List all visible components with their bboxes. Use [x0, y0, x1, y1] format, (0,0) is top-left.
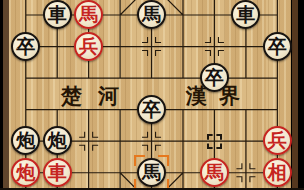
board-point[interactable]: [136, 31, 167, 63]
piece-glyph: 馬: [205, 163, 224, 182]
piece-glyph: 兵: [268, 131, 287, 150]
piece-red-horse[interactable]: 馬: [200, 158, 229, 187]
board-point[interactable]: [10, 94, 41, 126]
piece-black-soldier[interactable]: 卒: [137, 95, 166, 124]
piece-glyph: 相: [268, 163, 287, 182]
piece-red-chariot[interactable]: 車: [43, 158, 72, 187]
board-point[interactable]: [167, 62, 198, 94]
board-point[interactable]: [41, 31, 72, 63]
piece-black-soldier[interactable]: 卒: [11, 32, 40, 61]
board-point[interactable]: [104, 125, 135, 157]
piece-glyph: 卒: [268, 37, 287, 56]
piece-glyph: 炮: [16, 131, 35, 150]
board-point[interactable]: [199, 94, 230, 126]
piece-red-cannon[interactable]: 炮: [11, 158, 40, 187]
board-point[interactable]: [10, 0, 41, 31]
piece-red-soldier[interactable]: 兵: [74, 32, 103, 61]
board-point[interactable]: [104, 0, 135, 31]
piece-glyph: 車: [48, 5, 67, 24]
board-point[interactable]: [167, 94, 198, 126]
piece-glyph: 兵: [79, 37, 98, 56]
piece-glyph: 卒: [16, 37, 35, 56]
board-point[interactable]: [73, 125, 104, 157]
board-point[interactable]: [41, 94, 72, 126]
board-point[interactable]: [104, 94, 135, 126]
piece-glyph: 馬: [142, 5, 161, 24]
board-point[interactable]: [167, 125, 198, 157]
piece-black-cannon[interactable]: 炮: [43, 126, 72, 155]
board-point[interactable]: [230, 31, 261, 63]
board-point[interactable]: [199, 31, 230, 63]
board-point[interactable]: [104, 62, 135, 94]
piece-glyph: 馬: [79, 5, 98, 24]
piece-glyph: 炮: [16, 163, 35, 182]
piece-glyph: 炮: [48, 131, 67, 150]
piece-red-elephant[interactable]: 相: [263, 158, 292, 187]
board-point[interactable]: [104, 31, 135, 63]
board-point[interactable]: [10, 62, 41, 94]
board-point[interactable]: [73, 62, 104, 94]
board-point[interactable]: [167, 157, 198, 189]
piece-glyph: 馬: [142, 163, 161, 182]
board-point[interactable]: [262, 94, 293, 126]
board-grid: 車馬馬車卒兵卒卒卒炮炮兵炮車馬馬相: [10, 0, 293, 188]
piece-red-soldier[interactable]: 兵: [263, 126, 292, 155]
board-point[interactable]: [73, 94, 104, 126]
piece-black-soldier[interactable]: 卒: [263, 32, 292, 61]
board-point[interactable]: [73, 157, 104, 189]
board-point[interactable]: [262, 0, 293, 31]
board-point[interactable]: [167, 0, 198, 31]
piece-glyph: 車: [236, 5, 255, 24]
board-point[interactable]: [230, 125, 261, 157]
board-point[interactable]: [136, 62, 167, 94]
board-point[interactable]: [41, 62, 72, 94]
piece-black-chariot[interactable]: 車: [43, 0, 72, 29]
piece-glyph: 卒: [142, 100, 161, 119]
board-point[interactable]: [230, 62, 261, 94]
piece-black-soldier[interactable]: 卒: [200, 63, 229, 92]
piece-glyph: 卒: [205, 68, 224, 87]
board-point[interactable]: [230, 94, 261, 126]
board-point[interactable]: [230, 157, 261, 189]
board-point[interactable]: [136, 125, 167, 157]
last-move-origin-marker: [207, 134, 222, 149]
screen: 楚河 漢界 車馬馬車卒兵卒卒卒炮炮兵炮車馬馬相: [0, 0, 304, 190]
board-point[interactable]: [104, 157, 135, 189]
piece-glyph: 車: [48, 163, 67, 182]
board-point[interactable]: [199, 0, 230, 31]
board-point[interactable]: [262, 62, 293, 94]
board-point[interactable]: [167, 31, 198, 63]
piece-black-horse[interactable]: 馬: [137, 158, 166, 187]
bottom-edge: [0, 188, 304, 190]
